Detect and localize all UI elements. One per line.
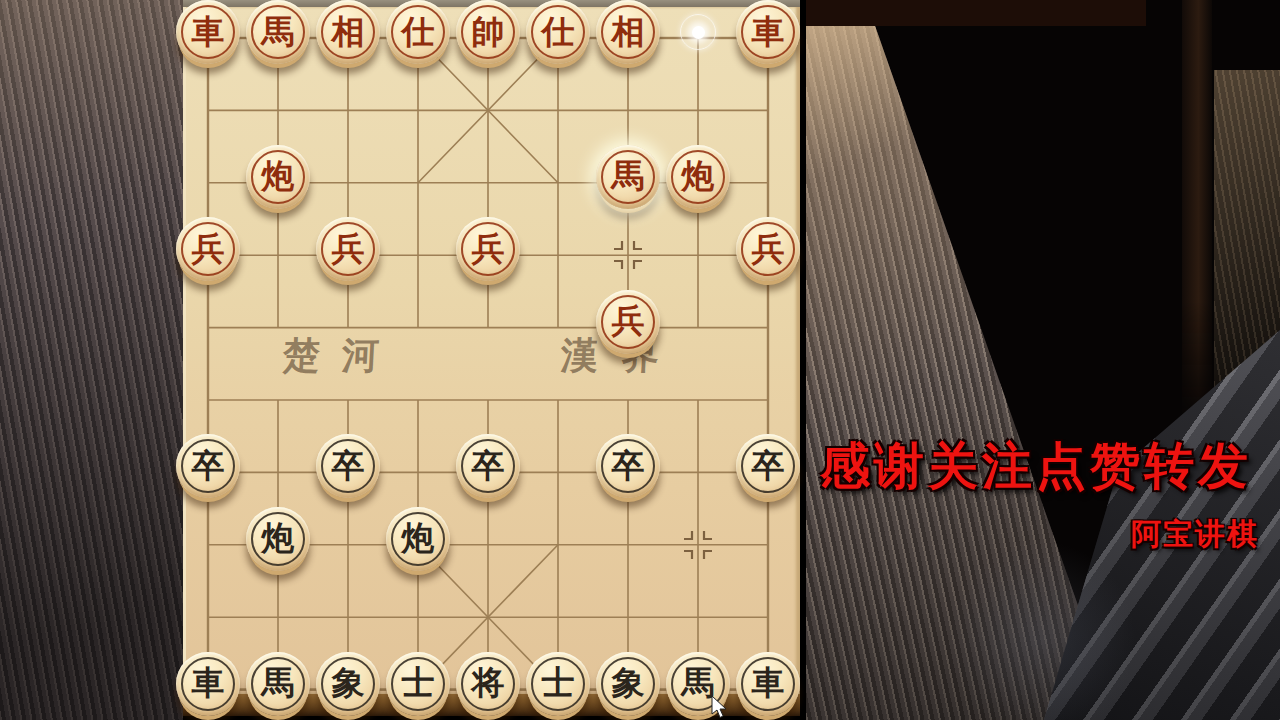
piece-black-elephant[interactable]: 象 — [316, 652, 380, 716]
piece-red-soldier[interactable]: 兵 — [316, 217, 380, 281]
piece-red-chariot[interactable]: 車 — [736, 0, 800, 64]
piece-black-soldier[interactable]: 卒 — [176, 434, 240, 498]
piece-ring — [461, 439, 515, 493]
piece-ring — [321, 657, 375, 711]
last-move-origin-glow — [680, 14, 716, 50]
piece-ring — [391, 657, 445, 711]
board-point-marker — [612, 239, 644, 271]
piece-ring — [251, 657, 305, 711]
piece-ring — [601, 439, 655, 493]
piece-black-soldier[interactable]: 卒 — [596, 434, 660, 498]
piece-ring — [181, 657, 235, 711]
piece-ring — [531, 657, 585, 711]
piece-red-cannon[interactable]: 炮 — [246, 145, 310, 209]
piece-red-general[interactable]: 帥 — [456, 0, 520, 64]
piece-ring — [181, 5, 235, 59]
piece-ring — [251, 512, 305, 566]
piece-black-chariot[interactable]: 車 — [176, 652, 240, 716]
piece-red-elephant[interactable]: 相 — [596, 0, 660, 64]
piece-red-horse[interactable]: 馬 — [596, 145, 660, 209]
piece-ring — [181, 439, 235, 493]
piece-black-chariot[interactable]: 車 — [736, 652, 800, 716]
piece-black-soldier[interactable]: 卒 — [736, 434, 800, 498]
wooden-pillar — [1182, 0, 1212, 430]
piece-black-cannon[interactable]: 炮 — [386, 507, 450, 571]
piece-ring — [461, 5, 515, 59]
piece-ring — [461, 657, 515, 711]
piece-ring — [601, 150, 655, 204]
piece-ring — [531, 5, 585, 59]
piece-ring — [461, 222, 515, 276]
piece-ring — [321, 222, 375, 276]
piece-red-cannon[interactable]: 炮 — [666, 145, 730, 209]
piece-black-soldier[interactable]: 卒 — [456, 434, 520, 498]
piece-ring — [321, 439, 375, 493]
dim-light-patch — [946, 540, 1136, 720]
mouse-cursor — [710, 694, 730, 720]
piece-red-soldier[interactable]: 兵 — [596, 290, 660, 354]
piece-black-general[interactable]: 将 — [456, 652, 520, 716]
piece-ring — [321, 5, 375, 59]
board-grid — [183, 0, 800, 720]
piece-black-advisor[interactable]: 士 — [386, 652, 450, 716]
piece-ring — [251, 5, 305, 59]
piece-red-elephant[interactable]: 相 — [316, 0, 380, 64]
piece-ring — [601, 5, 655, 59]
watermark-text: 阿宝讲棋 — [1131, 514, 1259, 555]
piece-ring — [741, 222, 795, 276]
xiangqi-board[interactable]: 楚河 漢界 車馬相仕帥仕相車炮馬炮兵兵兵兵兵卒卒卒卒卒炮炮車馬象士将士象馬車 — [183, 0, 806, 720]
piece-black-advisor[interactable]: 士 — [526, 652, 590, 716]
piece-red-chariot[interactable]: 車 — [176, 0, 240, 64]
piece-red-advisor[interactable]: 仕 — [526, 0, 590, 64]
piece-ring — [601, 657, 655, 711]
banner-text: 感谢关注点赞转发 — [820, 433, 1252, 500]
piece-ring — [391, 5, 445, 59]
piece-black-horse[interactable]: 馬 — [246, 652, 310, 716]
piece-ring — [391, 512, 445, 566]
piece-red-advisor[interactable]: 仕 — [386, 0, 450, 64]
piece-ring — [741, 657, 795, 711]
piece-red-soldier[interactable]: 兵 — [736, 217, 800, 281]
piece-black-soldier[interactable]: 卒 — [316, 434, 380, 498]
board-point-marker — [682, 529, 714, 561]
piece-ring — [741, 439, 795, 493]
piece-ring — [181, 222, 235, 276]
piece-red-horse[interactable]: 馬 — [246, 0, 310, 64]
river-label-chu-he: 楚河 — [282, 331, 403, 381]
piece-red-soldier[interactable]: 兵 — [456, 217, 520, 281]
piece-red-soldier[interactable]: 兵 — [176, 217, 240, 281]
piece-black-elephant[interactable]: 象 — [596, 652, 660, 716]
piece-black-cannon[interactable]: 炮 — [246, 507, 310, 571]
bamboo-curtain-left — [0, 0, 183, 720]
wooden-beam — [806, 0, 1146, 26]
background-photo — [806, 0, 1280, 720]
piece-ring — [741, 5, 795, 59]
piece-ring — [601, 295, 655, 349]
piece-ring — [671, 150, 725, 204]
piece-ring — [251, 150, 305, 204]
